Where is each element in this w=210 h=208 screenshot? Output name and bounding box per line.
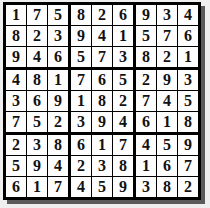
cell-r4c5[interactable]: 6 [92,70,113,91]
cell-r9c7[interactable]: 3 [136,177,157,197]
cell-r5c2[interactable]: 6 [27,91,48,112]
cell-r9c1[interactable]: 6 [6,177,27,197]
cell-r3c8[interactable]: 2 [157,47,178,70]
cell-r8c5[interactable]: 3 [92,156,113,177]
cell-r3c7[interactable]: 8 [136,47,157,70]
cell-r3c4[interactable]: 5 [71,47,92,70]
cell-r8c8[interactable]: 6 [157,156,178,177]
cell-r6c1[interactable]: 7 [6,112,27,135]
cell-r3c6[interactable]: 3 [113,47,136,70]
cell-r5c8[interactable]: 4 [157,91,178,112]
cell-r1c9[interactable]: 4 [178,5,198,26]
cell-r3c3[interactable]: 6 [48,47,71,70]
cell-r7c9[interactable]: 9 [178,135,198,156]
cell-r7c5[interactable]: 1 [92,135,113,156]
cell-r7c2[interactable]: 3 [27,135,48,156]
cell-r5c5[interactable]: 8 [92,91,113,112]
cell-r9c2[interactable]: 1 [27,177,48,197]
cell-r6c2[interactable]: 5 [27,112,48,135]
cell-r5c9[interactable]: 5 [178,91,198,112]
cell-r1c1[interactable]: 1 [6,5,27,26]
cell-r4c7[interactable]: 2 [136,70,157,91]
cell-r8c3[interactable]: 4 [48,156,71,177]
cell-r5c7[interactable]: 7 [136,91,157,112]
cell-r8c1[interactable]: 5 [6,156,27,177]
cell-r7c8[interactable]: 5 [157,135,178,156]
cell-r2c4[interactable]: 9 [71,26,92,47]
cell-r8c4[interactable]: 2 [71,156,92,177]
cell-r2c9[interactable]: 6 [178,26,198,47]
cell-r7c3[interactable]: 8 [48,135,71,156]
cell-r9c3[interactable]: 7 [48,177,71,197]
cell-r9c9[interactable]: 2 [178,177,198,197]
sudoku-board: 1758269348239415769465738214817652933691… [3,2,201,200]
cell-r5c4[interactable]: 1 [71,91,92,112]
cell-r3c9[interactable]: 1 [178,47,198,70]
cell-r4c4[interactable]: 7 [71,70,92,91]
cell-r4c1[interactable]: 4 [6,70,27,91]
cell-r3c2[interactable]: 4 [27,47,48,70]
cell-r3c1[interactable]: 9 [6,47,27,70]
cell-r4c6[interactable]: 5 [113,70,136,91]
cell-r7c6[interactable]: 7 [113,135,136,156]
cell-r2c5[interactable]: 4 [92,26,113,47]
cell-r2c7[interactable]: 5 [136,26,157,47]
cell-r9c6[interactable]: 9 [113,177,136,197]
cell-r1c6[interactable]: 6 [113,5,136,26]
cell-r2c2[interactable]: 2 [27,26,48,47]
cell-r1c8[interactable]: 3 [157,5,178,26]
cell-r1c5[interactable]: 2 [92,5,113,26]
cell-r2c1[interactable]: 8 [6,26,27,47]
sudoku-board-container: 1758269348239415769465738214817652933691… [3,2,201,200]
cell-r1c4[interactable]: 8 [71,5,92,26]
cell-r4c3[interactable]: 1 [48,70,71,91]
cell-r8c6[interactable]: 8 [113,156,136,177]
cell-r1c2[interactable]: 7 [27,5,48,26]
cell-r7c1[interactable]: 2 [6,135,27,156]
cell-r7c7[interactable]: 4 [136,135,157,156]
cell-r9c8[interactable]: 8 [157,177,178,197]
cell-r5c3[interactable]: 9 [48,91,71,112]
cell-r6c9[interactable]: 8 [178,112,198,135]
cell-r6c8[interactable]: 1 [157,112,178,135]
cell-r5c1[interactable]: 3 [6,91,27,112]
cell-r2c3[interactable]: 3 [48,26,71,47]
cell-r3c5[interactable]: 7 [92,47,113,70]
cell-r6c3[interactable]: 2 [48,112,71,135]
cell-r4c2[interactable]: 8 [27,70,48,91]
cell-r7c4[interactable]: 6 [71,135,92,156]
cell-r4c8[interactable]: 9 [157,70,178,91]
cell-r8c9[interactable]: 7 [178,156,198,177]
cell-r4c9[interactable]: 3 [178,70,198,91]
cell-r9c5[interactable]: 5 [92,177,113,197]
cell-r6c7[interactable]: 6 [136,112,157,135]
cell-r2c6[interactable]: 1 [113,26,136,47]
cell-r6c5[interactable]: 9 [92,112,113,135]
cell-r1c3[interactable]: 5 [48,5,71,26]
cell-r8c7[interactable]: 1 [136,156,157,177]
cell-r6c6[interactable]: 4 [113,112,136,135]
cell-r6c4[interactable]: 3 [71,112,92,135]
cell-r8c2[interactable]: 9 [27,156,48,177]
cell-r2c8[interactable]: 7 [157,26,178,47]
cell-r9c4[interactable]: 4 [71,177,92,197]
cell-r5c6[interactable]: 2 [113,91,136,112]
cell-r1c7[interactable]: 9 [136,5,157,26]
